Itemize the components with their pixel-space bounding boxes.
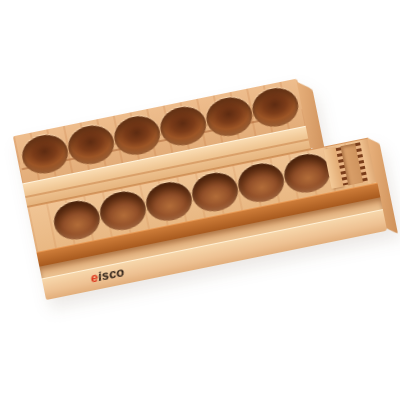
product-photo-canvas: eisco xyxy=(0,0,400,400)
pit-back-4 xyxy=(157,103,210,149)
pit-back-6 xyxy=(249,84,302,130)
pit-back-5 xyxy=(203,94,256,140)
pit-back-1 xyxy=(19,131,72,177)
pit-back-2 xyxy=(65,122,118,168)
pit-back-3 xyxy=(111,112,164,158)
logo-letters-isco: isco xyxy=(96,264,125,284)
eisco-logo: eisco xyxy=(89,265,125,285)
wooden-board: eisco xyxy=(13,67,387,300)
